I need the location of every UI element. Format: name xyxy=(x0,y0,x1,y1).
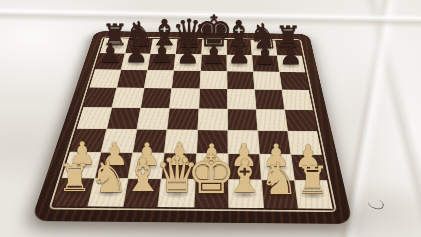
square-f5 xyxy=(227,89,255,108)
square-f4 xyxy=(228,109,257,130)
square-a7 xyxy=(95,53,125,69)
square-d8 xyxy=(176,39,201,54)
square-c5 xyxy=(141,88,171,107)
square-a1 xyxy=(53,178,94,206)
square-b5 xyxy=(112,88,143,107)
square-c6 xyxy=(145,71,174,89)
square-e6 xyxy=(200,71,227,89)
square-d2 xyxy=(162,153,196,179)
square-d1 xyxy=(159,179,195,207)
square-d7 xyxy=(174,54,200,70)
square-h8 xyxy=(275,40,302,55)
square-g8 xyxy=(251,40,277,55)
square-b7 xyxy=(121,54,150,70)
thread-on-cloth xyxy=(367,197,385,211)
square-h6 xyxy=(280,72,309,90)
square-d3 xyxy=(165,130,197,153)
square-h2 xyxy=(291,155,327,181)
photo-scene: ♜♞♝♛♚♝♞♜♟♟♟♟♟♟♟♟♟♟♟♟♟♟♟♟♜♞♝♛♚♝♞♜ xyxy=(0,0,421,237)
square-c7 xyxy=(148,54,176,70)
square-c8 xyxy=(151,39,177,54)
square-b4 xyxy=(107,108,140,129)
square-h5 xyxy=(282,90,312,109)
square-g1 xyxy=(262,180,298,208)
square-a4 xyxy=(77,107,111,128)
square-e3 xyxy=(197,130,228,153)
square-g6 xyxy=(253,72,281,90)
square-e5 xyxy=(199,89,227,108)
square-f2 xyxy=(228,154,261,180)
square-c4 xyxy=(138,108,170,129)
square-b2 xyxy=(95,152,132,178)
square-c1 xyxy=(124,179,161,207)
square-b8 xyxy=(125,38,152,53)
square-h7 xyxy=(277,56,305,72)
square-d4 xyxy=(168,108,198,129)
chess-board xyxy=(31,31,353,224)
square-g5 xyxy=(255,90,284,109)
square-h3 xyxy=(288,131,322,154)
square-b1 xyxy=(88,178,127,206)
square-b3 xyxy=(102,129,137,152)
square-c2 xyxy=(129,153,164,179)
square-a3 xyxy=(70,129,106,152)
square-g2 xyxy=(260,154,294,180)
square-e8 xyxy=(202,39,227,54)
square-f6 xyxy=(227,72,254,90)
square-f3 xyxy=(228,130,259,153)
square-g3 xyxy=(258,131,290,154)
square-a5 xyxy=(84,88,117,107)
square-e7 xyxy=(201,55,227,71)
square-e1 xyxy=(194,179,228,207)
square-a2 xyxy=(62,152,101,178)
square-f1 xyxy=(229,180,263,208)
square-d6 xyxy=(172,71,200,89)
square-g7 xyxy=(252,55,279,71)
square-g4 xyxy=(256,109,287,130)
square-h4 xyxy=(285,110,317,131)
square-e2 xyxy=(195,154,227,180)
square-d5 xyxy=(170,89,199,108)
square-b6 xyxy=(117,70,147,88)
square-c3 xyxy=(133,129,166,152)
square-a8 xyxy=(100,38,128,53)
square-f8 xyxy=(227,40,252,55)
square-h1 xyxy=(295,180,333,208)
square-f7 xyxy=(227,55,253,71)
square-a6 xyxy=(90,70,121,88)
square-e4 xyxy=(198,109,227,130)
